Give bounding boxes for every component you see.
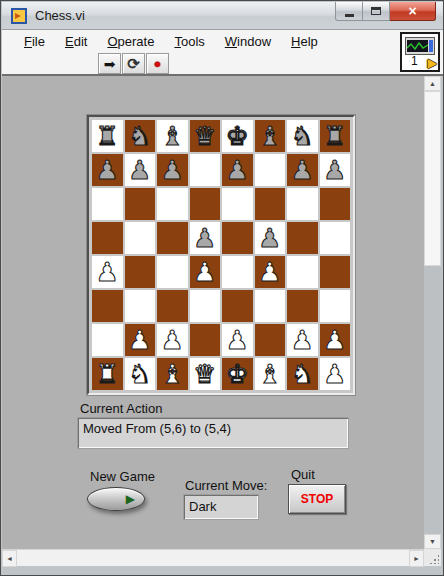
square-c7[interactable]: ♟ — [157, 154, 188, 186]
piece-b2: ♟ — [128, 327, 151, 353]
new-game-button[interactable]: ▶ — [87, 487, 145, 511]
square-c2[interactable]: ♟ — [157, 324, 188, 356]
vertical-scrollbar-thumb[interactable] — [424, 91, 441, 266]
abort-icon: ● — [154, 57, 162, 70]
square-f1[interactable]: ♝ — [255, 358, 286, 390]
square-c4[interactable] — [157, 256, 188, 288]
piece-e7: ♟ — [226, 157, 249, 183]
square-g2[interactable]: ♟ — [287, 324, 318, 356]
resize-corner[interactable] — [424, 549, 441, 566]
square-a7[interactable]: ♟ — [92, 154, 123, 186]
horizontal-scrollbar[interactable]: ◄ ► — [2, 549, 424, 566]
piece-c7: ♟ — [161, 157, 184, 183]
run-button[interactable]: ➡ — [98, 53, 121, 74]
chevron-left-icon: ◄ — [6, 555, 13, 562]
current-move-box: Dark — [183, 494, 259, 520]
new-game-arrow-icon: ▶ — [126, 492, 135, 506]
square-g5[interactable] — [287, 222, 318, 254]
front-panel: ♜♞♝♛♚♝♞♜♟♟♟♟♟♟♟♟♟♟♟♟♟♟♟♟♜♞♝♛♚♝♞♟ Current… — [2, 76, 424, 549]
square-h5[interactable] — [320, 222, 351, 254]
piece-d8: ♛ — [193, 123, 216, 149]
window-controls: × — [335, 2, 436, 21]
square-d3[interactable] — [190, 290, 221, 322]
square-f8[interactable]: ♝ — [255, 120, 286, 152]
square-g6[interactable] — [287, 188, 318, 220]
square-g4[interactable] — [287, 256, 318, 288]
new-game-label: New Game — [90, 469, 155, 484]
square-h1[interactable]: ♟ — [320, 358, 351, 390]
scroll-right-button[interactable]: ► — [409, 550, 424, 567]
piece-f5: ♟ — [258, 225, 281, 251]
piece-b8: ♞ — [128, 123, 151, 149]
piece-a8: ♜ — [96, 123, 119, 149]
menu-item-file[interactable]: File — [14, 34, 55, 49]
piece-d5: ♟ — [193, 225, 216, 251]
stop-button-label: STOP — [301, 492, 333, 506]
square-a5[interactable] — [92, 222, 123, 254]
piece-f8: ♝ — [258, 123, 281, 149]
square-d4[interactable]: ♟ — [190, 256, 221, 288]
piece-b1: ♞ — [128, 361, 151, 387]
current-move-label: Current Move: — [185, 478, 267, 493]
header: FileEditOperateToolsWindowHelp ➡ ⟳ ● 1 ▶ — [2, 30, 443, 74]
square-g7[interactable]: ♟ — [287, 154, 318, 186]
square-g8[interactable]: ♞ — [287, 120, 318, 152]
scroll-up-button[interactable]: ▲ — [424, 76, 441, 91]
menu-item-help[interactable]: Help — [281, 34, 328, 49]
piece-h1: ♟ — [323, 361, 346, 387]
square-f5[interactable]: ♟ — [255, 222, 286, 254]
square-c3[interactable] — [157, 290, 188, 322]
piece-h8: ♜ — [323, 123, 346, 149]
subvi-arrow-icon: ▶ — [428, 57, 437, 69]
chevron-right-icon: ► — [413, 555, 420, 562]
toolbar: ➡ ⟳ ● — [98, 53, 169, 74]
square-d5[interactable]: ♟ — [190, 222, 221, 254]
square-e4[interactable] — [222, 256, 253, 288]
square-c5[interactable] — [157, 222, 188, 254]
square-d1[interactable]: ♛ — [190, 358, 221, 390]
square-a8[interactable]: ♜ — [92, 120, 123, 152]
square-f3[interactable] — [255, 290, 286, 322]
chess-board: ♜♞♝♛♚♝♞♜♟♟♟♟♟♟♟♟♟♟♟♟♟♟♟♟♜♞♝♛♚♝♞♟ — [92, 120, 350, 390]
square-h7[interactable]: ♟ — [320, 154, 351, 186]
piece-g8: ♞ — [291, 123, 314, 149]
piece-e8: ♚ — [226, 123, 249, 149]
scroll-down-button[interactable]: ▼ — [424, 534, 441, 549]
square-b4[interactable] — [125, 256, 156, 288]
run-continuous-icon: ⟳ — [127, 56, 140, 71]
scroll-left-button[interactable]: ◄ — [2, 550, 17, 567]
square-b1[interactable]: ♞ — [125, 358, 156, 390]
piece-h7: ♟ — [323, 157, 346, 183]
abort-button[interactable]: ● — [146, 53, 169, 74]
run-continuous-button[interactable]: ⟳ — [122, 53, 145, 74]
square-c1[interactable]: ♝ — [157, 358, 188, 390]
quit-label: Quit — [291, 467, 315, 482]
piece-h2: ♟ — [323, 327, 346, 353]
piece-d4: ♟ — [193, 259, 216, 285]
vi-badge-count: 1 — [411, 54, 418, 68]
menu-item-window[interactable]: Window — [215, 34, 281, 49]
labview-window: Chess.vi × FileEditOperateToolsWindowHel… — [0, 0, 444, 576]
square-a1[interactable]: ♜ — [92, 358, 123, 390]
piece-c2: ♟ — [161, 327, 184, 353]
current-move-value: Dark — [189, 499, 216, 514]
square-e6[interactable] — [222, 188, 253, 220]
piece-a1: ♜ — [96, 361, 119, 387]
piece-a7: ♟ — [96, 157, 119, 183]
chevron-up-icon: ▲ — [429, 80, 436, 87]
menu-item-operate[interactable]: Operate — [97, 34, 164, 49]
square-h2[interactable]: ♟ — [320, 324, 351, 356]
piece-b7: ♟ — [128, 157, 151, 183]
labview-app-icon — [11, 8, 27, 24]
menu-bar: FileEditOperateToolsWindowHelp — [2, 30, 328, 52]
piece-f4: ♟ — [258, 259, 281, 285]
square-h4[interactable] — [320, 256, 351, 288]
piece-e2: ♟ — [226, 327, 249, 353]
square-e8[interactable]: ♚ — [222, 120, 253, 152]
square-h3[interactable] — [320, 290, 351, 322]
square-g1[interactable]: ♞ — [287, 358, 318, 390]
close-icon: × — [408, 3, 416, 19]
piece-c1: ♝ — [161, 361, 184, 387]
square-c6[interactable] — [157, 188, 188, 220]
maximize-button[interactable] — [363, 2, 390, 21]
square-h6[interactable] — [320, 188, 351, 220]
minimize-icon — [345, 14, 354, 17]
square-f2[interactable] — [255, 324, 286, 356]
square-b3[interactable] — [125, 290, 156, 322]
square-e5[interactable] — [222, 222, 253, 254]
current-action-box: Moved From (5,6) to (5,4) — [77, 417, 349, 449]
current-action-text: Moved From (5,6) to (5,4) — [83, 421, 231, 436]
piece-a4: ♟ — [96, 259, 119, 285]
square-e1[interactable]: ♚ — [222, 358, 253, 390]
waveform-chart-icon — [405, 37, 435, 55]
minimize-button[interactable] — [335, 2, 363, 21]
square-a6[interactable] — [92, 188, 123, 220]
resize-grip-icon — [429, 554, 439, 564]
square-d7[interactable] — [190, 154, 221, 186]
square-d8[interactable]: ♛ — [190, 120, 221, 152]
piece-d1: ♛ — [193, 361, 216, 387]
chess-board-frame: ♜♞♝♛♚♝♞♜♟♟♟♟♟♟♟♟♟♟♟♟♟♟♟♟♜♞♝♛♚♝♞♟ — [87, 115, 355, 395]
vertical-scrollbar[interactable]: ▲ ▼ — [424, 76, 441, 549]
piece-g7: ♟ — [291, 157, 314, 183]
menu-item-edit[interactable]: Edit — [55, 34, 97, 49]
square-a3[interactable] — [92, 290, 123, 322]
square-h8[interactable]: ♜ — [320, 120, 351, 152]
square-f4[interactable]: ♟ — [255, 256, 286, 288]
piece-g2: ♟ — [291, 327, 314, 353]
square-e7[interactable]: ♟ — [222, 154, 253, 186]
square-d6[interactable] — [190, 188, 221, 220]
run-icon: ➡ — [104, 57, 116, 71]
square-a4[interactable]: ♟ — [92, 256, 123, 288]
square-f6[interactable] — [255, 188, 286, 220]
piece-c8: ♝ — [161, 123, 184, 149]
square-b6[interactable] — [125, 188, 156, 220]
square-e2[interactable]: ♟ — [222, 324, 253, 356]
square-d2[interactable] — [190, 324, 221, 356]
maximize-icon — [371, 7, 381, 15]
menu-item-tools[interactable]: Tools — [164, 34, 214, 49]
piece-g1: ♞ — [291, 361, 314, 387]
vi-icon-badge[interactable]: 1 ▶ — [400, 32, 440, 72]
square-e3[interactable] — [222, 290, 253, 322]
square-a2[interactable] — [92, 324, 123, 356]
piece-e1: ♚ — [226, 361, 249, 387]
chevron-down-icon: ▼ — [429, 538, 436, 545]
square-f7[interactable] — [255, 154, 286, 186]
piece-f1: ♝ — [258, 361, 281, 387]
square-c8[interactable]: ♝ — [157, 120, 188, 152]
square-g3[interactable] — [287, 290, 318, 322]
stop-button[interactable]: STOP — [288, 484, 346, 514]
current-action-label: Current Action — [80, 401, 162, 416]
titlebar[interactable]: Chess.vi × — [2, 2, 443, 30]
square-b7[interactable]: ♟ — [125, 154, 156, 186]
square-b5[interactable] — [125, 222, 156, 254]
square-b8[interactable]: ♞ — [125, 120, 156, 152]
square-b2[interactable]: ♟ — [125, 324, 156, 356]
close-button[interactable]: × — [390, 2, 436, 21]
window-title: Chess.vi — [35, 8, 85, 23]
